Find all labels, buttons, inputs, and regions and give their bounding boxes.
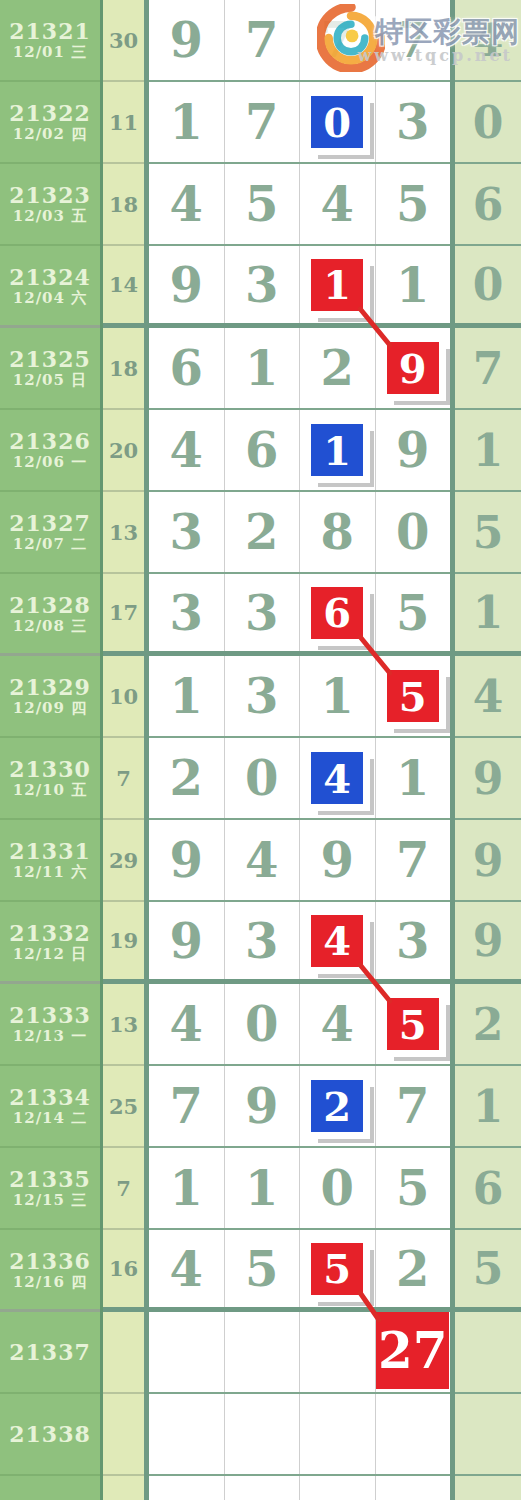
date-value: 12/07	[13, 535, 65, 553]
right-cell: 2	[455, 984, 521, 1066]
weekday-value: 日	[65, 945, 87, 963]
digit-cell	[300, 1312, 375, 1394]
weekday-value: 四	[65, 1273, 87, 1291]
weekday-value: 二	[65, 535, 87, 553]
digit-value: 0	[396, 504, 429, 560]
date-value: 12/11	[13, 863, 65, 881]
highlight-box-blue: 1	[311, 424, 363, 476]
weekday-value: 二	[65, 1109, 87, 1127]
date-value: 12/02	[13, 125, 65, 143]
issue-number: 21321	[9, 20, 91, 42]
table-row: 2132812/08 三1733651	[0, 574, 521, 656]
digit-value: 4	[245, 832, 278, 888]
issue-date: 12/14 二	[13, 1111, 87, 1126]
digit-value: 6	[245, 422, 278, 478]
sum-cell: 7	[103, 1148, 144, 1230]
issue-number: 21333	[9, 1004, 91, 1026]
weekday-value: 日	[65, 371, 87, 389]
digit-cell: 9	[149, 246, 224, 328]
digit-cell: 4	[225, 820, 300, 902]
date-value: 12/03	[13, 207, 65, 225]
highlight-box-blue: 2	[311, 1080, 363, 1132]
table-row: 2133412/14 二2579271	[0, 1066, 521, 1148]
digit-value: 3	[170, 504, 203, 560]
digit-cell: 4	[149, 1230, 224, 1312]
date-value: 12/01	[13, 43, 65, 61]
digit-value: 1	[321, 668, 354, 724]
digit-value: 9	[170, 913, 203, 969]
digit-value: 8	[321, 504, 354, 560]
table-row: 21338	[0, 1394, 521, 1476]
weekday-value: 一	[65, 453, 87, 471]
issue-number: 21328	[9, 594, 91, 616]
digit-cell: 3	[225, 574, 300, 656]
highlight-box-red: 6	[311, 587, 363, 639]
date-value: 12/05	[13, 371, 65, 389]
table-row: 2132412/04 六1493110	[0, 246, 521, 328]
issue-date: 12/07 二	[13, 537, 87, 552]
digit-value: 9	[170, 257, 203, 313]
sum-cell: 18	[103, 328, 144, 410]
issue-date: 12/12 日	[13, 947, 87, 962]
digit-value: 1	[170, 668, 203, 724]
highlight-box-red: 27	[376, 1312, 449, 1389]
date-value: 12/12	[13, 945, 65, 963]
right-cell	[455, 1476, 521, 1500]
digit-value: 1	[245, 1160, 278, 1216]
digit-value: 3	[170, 585, 203, 641]
issue-cell	[0, 1476, 100, 1500]
digit-value: 3	[245, 668, 278, 724]
issue-cell: 2132612/06 一	[0, 410, 100, 492]
digit-value: 5	[245, 176, 278, 232]
issue-number: 21331	[9, 840, 91, 862]
issue-date: 12/05 日	[13, 373, 87, 388]
digit-cell	[225, 1476, 300, 1500]
digit-value: 1	[170, 1160, 203, 1216]
right-cell: 5	[455, 1230, 521, 1312]
digit-cell: 6	[225, 410, 300, 492]
digit-cell: 9	[149, 0, 224, 82]
digit-cell: 3	[149, 574, 224, 656]
digit-cell: 4	[300, 984, 375, 1066]
digit-cell: 1	[376, 246, 451, 328]
issue-number: 21325	[9, 348, 91, 370]
digit-value: 4	[323, 755, 351, 802]
digit-value: 5	[399, 673, 427, 720]
weekday-value: 五	[65, 781, 87, 799]
digit-value: 7	[170, 1078, 203, 1134]
table-row: 2132712/07 二1332805	[0, 492, 521, 574]
digit-cell: 3	[376, 902, 451, 984]
issue-cell: 2133312/13 一	[0, 984, 100, 1066]
weekday-value: 五	[65, 207, 87, 225]
digit-cell: 4	[149, 164, 224, 246]
issue-cell: 2133412/14 二	[0, 1066, 100, 1148]
digit-cell: 7	[149, 1066, 224, 1148]
digit-value: 1	[323, 261, 351, 308]
digit-cell: 9	[149, 902, 224, 984]
issue-date: 12/02 四	[13, 127, 87, 142]
digit-value: 9	[321, 832, 354, 888]
digit-cell: 9	[225, 1066, 300, 1148]
digit-value: 4	[321, 996, 354, 1052]
table-row: 2133612/16 四1645525	[0, 1230, 521, 1312]
issue-number: 21327	[9, 512, 91, 534]
sum-cell: 13	[103, 492, 144, 574]
digit-cell: 1	[300, 410, 375, 492]
digit-value: 3	[245, 585, 278, 641]
digit-cell: 1	[225, 1148, 300, 1230]
issue-number: 21323	[9, 184, 91, 206]
right-cell: 1	[455, 1066, 521, 1148]
digit-value: 7	[396, 832, 429, 888]
highlight-box-red: 9	[387, 342, 439, 394]
digit-value: 6	[170, 340, 203, 396]
digit-value: 5	[245, 1241, 278, 1297]
issue-number: 21334	[9, 1086, 91, 1108]
table-row	[0, 1476, 521, 1500]
date-value: 12/09	[13, 699, 65, 717]
issue-cell: 2132912/09 四	[0, 656, 100, 738]
highlight-box-red: 5	[387, 670, 439, 722]
date-value: 12/14	[13, 1109, 65, 1127]
digit-cell: 1	[300, 656, 375, 738]
issue-date: 12/13 一	[13, 1029, 87, 1044]
digit-value: 4	[321, 176, 354, 232]
digit-cell: 0	[225, 738, 300, 820]
table-row: 2133112/11 六2994979	[0, 820, 521, 902]
digit-cell: 0	[376, 492, 451, 574]
issue-cell: 2133112/11 六	[0, 820, 100, 902]
digit-value: 3	[396, 913, 429, 969]
digit-value: 3	[245, 257, 278, 313]
digit-value: 5	[396, 176, 429, 232]
digit-cell: 2	[376, 1230, 451, 1312]
digit-cell: 1	[149, 82, 224, 164]
digit-value: 5	[399, 1001, 427, 1048]
right-cell: 0	[455, 82, 521, 164]
issue-cell: 2132312/03 五	[0, 164, 100, 246]
weekday-value: 三	[65, 617, 87, 635]
sum-cell	[103, 1394, 144, 1476]
sum-cell: 13	[103, 984, 144, 1066]
digit-value: 0	[245, 750, 278, 806]
digit-cell: 5	[376, 984, 451, 1066]
digit-value: 1	[323, 427, 351, 474]
right-cell: 4	[455, 656, 521, 738]
digit-cell: 5	[225, 1230, 300, 1312]
date-value: 12/15	[13, 1191, 65, 1209]
trend-chart-board: 2132112/01 三30977742132212/02 四111703021…	[0, 0, 521, 1500]
digit-value: 3	[245, 913, 278, 969]
digit-value: 1	[396, 750, 429, 806]
digit-cell: 0	[300, 1148, 375, 1230]
digit-cell: 7	[376, 1066, 451, 1148]
issue-cell: 2132412/04 六	[0, 246, 100, 328]
issue-date: 12/10 五	[13, 783, 87, 798]
digit-value: 0	[245, 996, 278, 1052]
digit-cell: 3	[149, 492, 224, 574]
issue-number: 21324	[9, 266, 91, 288]
issue-number: 21332	[9, 922, 91, 944]
table-row: 2133012/10 五720419	[0, 738, 521, 820]
table-row: 2132912/09 四1013154	[0, 656, 521, 738]
right-cell: 9	[455, 902, 521, 984]
digit-cell: 3	[225, 902, 300, 984]
digit-cell: 9	[300, 820, 375, 902]
sum-cell: 20	[103, 410, 144, 492]
date-value: 12/13	[13, 1027, 65, 1045]
digit-value: 7	[245, 12, 278, 68]
digit-cell	[149, 1394, 224, 1476]
digit-value: 9	[399, 345, 427, 392]
digit-value: 0	[321, 1160, 354, 1216]
digit-cell: 7	[225, 82, 300, 164]
digit-cell	[376, 1394, 451, 1476]
digit-value: 4	[170, 1241, 203, 1297]
issue-date: 12/08 三	[13, 619, 87, 634]
date-value: 12/10	[13, 781, 65, 799]
sum-cell: 7	[103, 738, 144, 820]
digit-value: 7	[396, 1078, 429, 1134]
digit-cell	[149, 1476, 224, 1500]
digit-cell: 2	[300, 328, 375, 410]
digit-cell	[225, 1394, 300, 1476]
issue-cell: 2133012/10 五	[0, 738, 100, 820]
right-cell: 9	[455, 820, 521, 902]
issue-number: 21335	[9, 1168, 91, 1190]
sum-cell: 17	[103, 574, 144, 656]
digit-cell: 5	[376, 574, 451, 656]
table-row: 2132612/06 一2046191	[0, 410, 521, 492]
digit-value: 9	[245, 1078, 278, 1134]
sum-cell: 11	[103, 82, 144, 164]
issue-date: 12/01 三	[13, 45, 87, 60]
table-row: 2133512/15 三711056	[0, 1148, 521, 1230]
digit-value: 4	[170, 996, 203, 1052]
digit-value: 4	[170, 176, 203, 232]
digit-cell: 0	[300, 82, 375, 164]
right-cell	[455, 1394, 521, 1476]
weekday-value: 六	[65, 863, 87, 881]
issue-number: 21330	[9, 758, 91, 780]
digit-cell: 4	[149, 984, 224, 1066]
digit-cell: 0	[225, 984, 300, 1066]
digit-cell: 4	[300, 902, 375, 984]
digit-cell: 1	[225, 328, 300, 410]
watermark-site-url: www.tqcp.net	[357, 46, 513, 65]
digit-value: 3	[396, 94, 429, 150]
digit-cell	[149, 1312, 224, 1394]
highlight-box-red: 1	[311, 259, 363, 311]
digit-cell	[225, 1312, 300, 1394]
weekday-value: 一	[65, 1027, 87, 1045]
sum-cell: 19	[103, 902, 144, 984]
digit-cell: 6	[149, 328, 224, 410]
weekday-value: 四	[65, 699, 87, 717]
right-cell: 1	[455, 574, 521, 656]
issue-cell: 2132712/07 二	[0, 492, 100, 574]
digit-cell: 27	[376, 1312, 451, 1394]
sum-cell	[103, 1476, 144, 1500]
issue-cell: 21338	[0, 1394, 100, 1476]
digit-cell: 4	[300, 164, 375, 246]
digit-value: 7	[245, 94, 278, 150]
right-cell: 0	[455, 246, 521, 328]
highlight-box-red: 5	[387, 998, 439, 1050]
table-row: 2133312/13 一1340452	[0, 984, 521, 1066]
issue-number: 21326	[9, 430, 91, 452]
digit-cell: 2	[300, 1066, 375, 1148]
date-value: 12/04	[13, 289, 65, 307]
digit-cell: 6	[300, 574, 375, 656]
digit-value: 27	[378, 1321, 448, 1380]
digit-value: 0	[323, 99, 351, 146]
date-value: 12/08	[13, 617, 65, 635]
digit-cell: 9	[376, 328, 451, 410]
digit-value: 2	[170, 750, 203, 806]
right-cell: 5	[455, 492, 521, 574]
issue-number: 21336	[9, 1250, 91, 1272]
digit-cell: 2	[225, 492, 300, 574]
digit-cell: 3	[225, 246, 300, 328]
digit-value: 5	[323, 1245, 351, 1292]
highlight-box-blue: 0	[311, 96, 363, 148]
digit-cell: 5	[376, 164, 451, 246]
issue-number: 21338	[9, 1423, 91, 1445]
digit-cell: 2	[149, 738, 224, 820]
sum-cell: 18	[103, 164, 144, 246]
digit-value: 4	[170, 422, 203, 478]
digit-value: 1	[396, 257, 429, 313]
digit-cell: 4	[300, 738, 375, 820]
digit-cell: 9	[149, 820, 224, 902]
issue-date: 12/04 六	[13, 291, 87, 306]
issue-cell: 21337	[0, 1312, 100, 1394]
issue-date: 12/03 五	[13, 209, 87, 224]
sum-cell: 14	[103, 246, 144, 328]
table-row: 2133212/12 日1993439	[0, 902, 521, 984]
issue-cell: 2133212/12 日	[0, 902, 100, 984]
issue-cell: 2132812/08 三	[0, 574, 100, 656]
right-cell: 7	[455, 328, 521, 410]
digit-value: 2	[245, 504, 278, 560]
highlight-box-blue: 4	[311, 752, 363, 804]
weekday-value: 三	[65, 43, 87, 61]
digit-cell: 1	[149, 656, 224, 738]
table-row: 2132512/05 日1861297	[0, 328, 521, 410]
issue-date: 12/16 四	[13, 1275, 87, 1290]
weekday-value: 六	[65, 289, 87, 307]
digit-value: 9	[170, 12, 203, 68]
digit-cell: 7	[225, 0, 300, 82]
digit-value: 1	[170, 94, 203, 150]
table-row: 2132312/03 五1845456	[0, 164, 521, 246]
digit-value: 5	[396, 1160, 429, 1216]
digit-cell: 5	[225, 164, 300, 246]
issue-cell: 2133512/15 三	[0, 1148, 100, 1230]
digit-value: 2	[396, 1241, 429, 1297]
date-value: 12/06	[13, 453, 65, 471]
issue-date: 12/15 三	[13, 1193, 87, 1208]
sum-cell: 30	[103, 0, 144, 82]
digit-cell: 3	[376, 82, 451, 164]
sum-cell: 16	[103, 1230, 144, 1312]
digit-cell: 1	[376, 738, 451, 820]
digit-cell: 7	[376, 820, 451, 902]
issue-date: 12/06 一	[13, 455, 87, 470]
issue-number: 21322	[9, 102, 91, 124]
right-cell	[455, 1312, 521, 1394]
sum-cell	[103, 1312, 144, 1394]
issue-cell: 2132512/05 日	[0, 328, 100, 410]
issue-date: 12/11 六	[13, 865, 87, 880]
digit-value: 9	[396, 422, 429, 478]
digit-cell: 3	[225, 656, 300, 738]
digit-value: 2	[323, 1083, 351, 1130]
highlight-box-red: 4	[311, 915, 363, 967]
right-cell: 1	[455, 410, 521, 492]
date-value: 12/16	[13, 1273, 65, 1291]
digit-value: 2	[321, 340, 354, 396]
digit-cell	[376, 1476, 451, 1500]
digit-cell: 5	[376, 1148, 451, 1230]
highlight-box-red: 5	[311, 1243, 363, 1295]
digit-cell: 8	[300, 492, 375, 574]
digit-value: 6	[323, 589, 351, 636]
table-row: 2132212/02 四1117030	[0, 82, 521, 164]
issue-cell: 2133612/16 四	[0, 1230, 100, 1312]
sum-cell: 25	[103, 1066, 144, 1148]
digit-cell: 9	[376, 410, 451, 492]
right-cell: 9	[455, 738, 521, 820]
weekday-value: 三	[65, 1191, 87, 1209]
sum-cell: 10	[103, 656, 144, 738]
digit-cell: 5	[376, 656, 451, 738]
weekday-value: 四	[65, 125, 87, 143]
digit-cell: 4	[149, 410, 224, 492]
digit-cell: 1	[149, 1148, 224, 1230]
digit-value: 9	[170, 832, 203, 888]
issue-number: 21329	[9, 676, 91, 698]
table-row: 2133727	[0, 1312, 521, 1394]
right-cell: 6	[455, 164, 521, 246]
digit-value: 4	[323, 917, 351, 964]
issue-number: 21337	[9, 1341, 91, 1363]
digit-cell	[300, 1394, 375, 1476]
issue-date: 12/09 四	[13, 701, 87, 716]
digit-value: 5	[396, 585, 429, 641]
sum-cell: 29	[103, 820, 144, 902]
digit-value: 1	[245, 340, 278, 396]
digit-cell: 5	[300, 1230, 375, 1312]
right-cell: 6	[455, 1148, 521, 1230]
digit-cell: 1	[300, 246, 375, 328]
digit-cell	[300, 1476, 375, 1500]
issue-cell: 2132212/02 四	[0, 82, 100, 164]
issue-cell: 2132112/01 三	[0, 0, 100, 82]
